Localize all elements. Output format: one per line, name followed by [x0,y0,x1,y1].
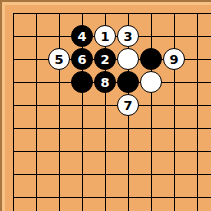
black-stone: 6 [71,48,93,70]
white-stone: 1 [94,25,116,47]
go-board-diagram: 413562987 [0,0,211,211]
black-stone [140,48,162,70]
stone-move-number: 5 [54,52,63,65]
stone-move-number: 1 [100,29,109,42]
black-stone [71,71,93,93]
white-stone [140,71,162,93]
black-stone: 8 [94,71,116,93]
stone-move-number: 4 [77,29,86,42]
stone-move-number: 2 [100,52,109,65]
white-stone: 7 [117,94,139,116]
stone-move-number: 9 [169,52,178,65]
white-stone: 5 [48,48,70,70]
black-stone: 2 [94,48,116,70]
white-stone: 9 [163,48,185,70]
stone-move-number: 3 [123,29,132,42]
stone-move-number: 8 [100,75,109,88]
stone-move-number: 6 [77,52,86,65]
stones-layer: 413562987 [2,2,209,209]
white-stone: 3 [117,25,139,47]
white-stone [117,48,139,70]
black-stone: 4 [71,25,93,47]
black-stone [117,71,139,93]
stone-move-number: 7 [123,98,132,111]
